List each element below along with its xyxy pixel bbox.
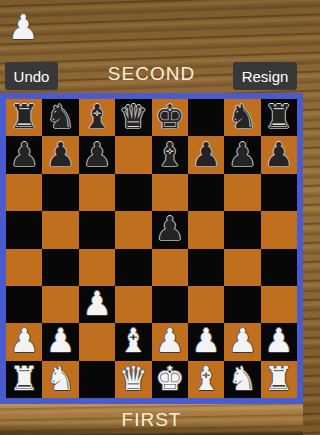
piece-black-pawn: ♟	[191, 138, 221, 171]
piece-white-bishop: ♝	[191, 362, 221, 395]
square-g2[interactable]: ♟	[224, 323, 260, 360]
piece-black-rook: ♜	[264, 100, 294, 133]
square-h4[interactable]	[261, 249, 297, 286]
square-h3[interactable]	[261, 286, 297, 323]
square-g5[interactable]	[224, 211, 260, 248]
piece-white-knight: ♞	[228, 362, 258, 395]
square-f6[interactable]	[188, 174, 224, 211]
square-e3[interactable]	[152, 286, 188, 323]
resign-button[interactable]: Resign	[233, 62, 297, 90]
square-b7[interactable]: ♟	[42, 136, 78, 173]
piece-black-pawn: ♟	[9, 138, 39, 171]
square-d8[interactable]: ♛	[115, 99, 151, 136]
square-g8[interactable]: ♞	[224, 99, 260, 136]
piece-black-pawn: ♟	[264, 138, 294, 171]
square-a5[interactable]	[6, 211, 42, 248]
piece-black-bishop: ♝	[155, 138, 185, 171]
piece-white-knight: ♞	[46, 362, 76, 395]
piece-black-pawn: ♟	[46, 138, 76, 171]
square-h8[interactable]: ♜	[261, 99, 297, 136]
square-b8[interactable]: ♞	[42, 99, 78, 136]
piece-white-rook: ♜	[9, 362, 39, 395]
square-b1[interactable]: ♞	[42, 361, 78, 398]
square-b2[interactable]: ♟	[42, 323, 78, 360]
square-h2[interactable]: ♟	[261, 323, 297, 360]
square-f8[interactable]	[188, 99, 224, 136]
piece-white-pawn: ♟	[155, 324, 185, 357]
square-e8[interactable]: ♚	[152, 99, 188, 136]
piece-white-pawn: ♟	[46, 324, 76, 357]
piece-black-pawn: ♟	[155, 212, 185, 245]
square-f7[interactable]: ♟	[188, 136, 224, 173]
piece-black-pawn: ♟	[82, 138, 112, 171]
square-e6[interactable]	[152, 174, 188, 211]
piece-white-rook: ♜	[264, 362, 294, 395]
square-d2[interactable]: ♝	[115, 323, 151, 360]
piece-white-queen: ♛	[119, 362, 149, 395]
piece-white-pawn: ♟	[9, 324, 39, 357]
square-b4[interactable]	[42, 249, 78, 286]
square-a3[interactable]	[6, 286, 42, 323]
square-b3[interactable]	[42, 286, 78, 323]
bottom-wood-bar: FIRST	[0, 404, 303, 435]
square-c6[interactable]	[79, 174, 115, 211]
square-h7[interactable]: ♟	[261, 136, 297, 173]
square-d5[interactable]	[115, 211, 151, 248]
square-a7[interactable]: ♟	[6, 136, 42, 173]
square-d3[interactable]	[115, 286, 151, 323]
chess-app: { "game": "chess", "position": { "fen": …	[0, 0, 303, 435]
square-c8[interactable]: ♝	[79, 99, 115, 136]
square-a4[interactable]	[6, 249, 42, 286]
square-b6[interactable]	[42, 174, 78, 211]
piece-black-rook: ♜	[9, 100, 39, 133]
square-f2[interactable]: ♟	[188, 323, 224, 360]
chess-board: ♜♞♝♛♚♞♜♟♟♟♝♟♟♟♟♟♟♟♝♟♟♟♟♜♞♛♚♝♞♜	[0, 93, 303, 404]
square-e5[interactable]: ♟	[152, 211, 188, 248]
square-g6[interactable]	[224, 174, 260, 211]
piece-white-bishop: ♝	[119, 324, 149, 357]
square-g1[interactable]: ♞	[224, 361, 260, 398]
square-h5[interactable]	[261, 211, 297, 248]
square-a2[interactable]: ♟	[6, 323, 42, 360]
piece-black-queen: ♛	[119, 100, 149, 133]
square-e4[interactable]	[152, 249, 188, 286]
captured-white-pawn-icon: ♟	[8, 10, 38, 44]
piece-black-knight: ♞	[228, 100, 258, 133]
square-c3[interactable]: ♟	[79, 286, 115, 323]
square-e7[interactable]: ♝	[152, 136, 188, 173]
square-d1[interactable]: ♛	[115, 361, 151, 398]
square-b5[interactable]	[42, 211, 78, 248]
square-c5[interactable]	[79, 211, 115, 248]
piece-black-knight: ♞	[46, 100, 76, 133]
square-f4[interactable]	[188, 249, 224, 286]
square-d7[interactable]	[115, 136, 151, 173]
piece-white-king: ♚	[155, 362, 185, 395]
player-name-label: FIRST	[122, 409, 182, 431]
captured-pieces-tray: ♟	[8, 6, 48, 50]
square-d6[interactable]	[115, 174, 151, 211]
square-f5[interactable]	[188, 211, 224, 248]
piece-white-pawn: ♟	[264, 324, 294, 357]
square-c2[interactable]	[79, 323, 115, 360]
square-c7[interactable]: ♟	[79, 136, 115, 173]
piece-black-bishop: ♝	[82, 100, 112, 133]
piece-white-pawn: ♟	[228, 324, 258, 357]
square-h6[interactable]	[261, 174, 297, 211]
square-e1[interactable]: ♚	[152, 361, 188, 398]
square-h1[interactable]: ♜	[261, 361, 297, 398]
square-f1[interactable]: ♝	[188, 361, 224, 398]
piece-black-king: ♚	[155, 100, 185, 133]
square-d4[interactable]	[115, 249, 151, 286]
square-g7[interactable]: ♟	[224, 136, 260, 173]
square-c4[interactable]	[79, 249, 115, 286]
square-a8[interactable]: ♜	[6, 99, 42, 136]
square-g3[interactable]	[224, 286, 260, 323]
square-a6[interactable]	[6, 174, 42, 211]
square-a1[interactable]: ♜	[6, 361, 42, 398]
square-e2[interactable]: ♟	[152, 323, 188, 360]
piece-black-pawn: ♟	[228, 138, 258, 171]
piece-white-pawn: ♟	[82, 287, 112, 320]
square-c1[interactable]	[79, 361, 115, 398]
piece-white-pawn: ♟	[191, 324, 221, 357]
top-wood-bar: ♟ Undo SECOND Resign	[0, 0, 303, 93]
square-f3[interactable]	[188, 286, 224, 323]
square-g4[interactable]	[224, 249, 260, 286]
